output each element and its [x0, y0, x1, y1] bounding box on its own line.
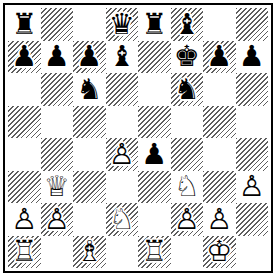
square-a8: ♜ [8, 8, 41, 41]
square-f6: ♞ [171, 73, 204, 106]
square-d6 [106, 73, 139, 106]
square-f8: ♝ [171, 8, 204, 41]
black-piece-glyph: ♟ [8, 41, 41, 74]
square-f3: ♞♘ [171, 171, 204, 204]
piece-black-pawn: ♟ [73, 41, 106, 74]
square-c1: ♝♗ [73, 236, 106, 269]
piece-black-bishop: ♝ [171, 8, 204, 41]
white-piece-outline: ♙ [106, 138, 139, 171]
square-h6 [236, 73, 269, 106]
square-f7: ♚ [171, 41, 204, 74]
square-d1 [106, 236, 139, 269]
white-piece-outline: ♘ [171, 171, 204, 204]
square-d5 [106, 106, 139, 139]
chess-board: ♜♛♜♝♟♟♟♝♚♟♟♞♞♟♙♟♛♕♞♘♟♙♟♙♟♙♞♘♟♙♟♙♜♖♝♗♜♖♚♔ [8, 8, 268, 268]
square-h7: ♟ [236, 41, 269, 74]
square-h5 [236, 106, 269, 139]
piece-white-knight: ♞♘ [106, 203, 139, 236]
square-g5 [203, 106, 236, 139]
square-c3 [73, 171, 106, 204]
black-piece-glyph: ♛ [106, 8, 139, 41]
black-piece-glyph: ♜ [8, 8, 41, 41]
piece-white-bishop: ♝♗ [73, 236, 106, 269]
piece-black-pawn: ♟ [138, 138, 171, 171]
square-b6 [41, 73, 74, 106]
piece-black-pawn: ♟ [236, 41, 269, 74]
square-a6 [8, 73, 41, 106]
square-h8 [236, 8, 269, 41]
square-b2: ♟♙ [41, 203, 74, 236]
square-h2 [236, 203, 269, 236]
square-a7: ♟ [8, 41, 41, 74]
square-b1 [41, 236, 74, 269]
piece-white-pawn: ♟♙ [41, 203, 74, 236]
square-f1 [171, 236, 204, 269]
square-b5 [41, 106, 74, 139]
piece-white-queen: ♛♕ [41, 171, 74, 204]
piece-white-rook: ♜♖ [138, 236, 171, 269]
square-g4 [203, 138, 236, 171]
piece-black-pawn: ♟ [8, 41, 41, 74]
white-piece-outline: ♙ [41, 203, 74, 236]
white-piece-outline: ♘ [106, 203, 139, 236]
white-piece-outline: ♙ [203, 203, 236, 236]
piece-black-pawn: ♟ [203, 41, 236, 74]
square-b8 [41, 8, 74, 41]
square-e6 [138, 73, 171, 106]
black-piece-glyph: ♝ [106, 41, 139, 74]
square-f5 [171, 106, 204, 139]
piece-white-pawn: ♟♙ [236, 171, 269, 204]
white-piece-outline: ♙ [171, 203, 204, 236]
square-e2 [138, 203, 171, 236]
square-b4 [41, 138, 74, 171]
black-piece-glyph: ♟ [138, 138, 171, 171]
white-piece-outline: ♖ [8, 236, 41, 269]
piece-white-pawn: ♟♙ [203, 203, 236, 236]
square-e1: ♜♖ [138, 236, 171, 269]
black-piece-glyph: ♜ [138, 8, 171, 41]
black-piece-glyph: ♚ [171, 41, 204, 74]
square-e3 [138, 171, 171, 204]
piece-black-queen: ♛ [106, 8, 139, 41]
square-g3 [203, 171, 236, 204]
square-f2: ♟♙ [171, 203, 204, 236]
square-d8: ♛ [106, 8, 139, 41]
square-h1 [236, 236, 269, 269]
piece-white-king: ♚♔ [203, 236, 236, 269]
square-g2: ♟♙ [203, 203, 236, 236]
square-e7 [138, 41, 171, 74]
square-a1: ♜♖ [8, 236, 41, 269]
piece-white-pawn: ♟♙ [171, 203, 204, 236]
square-c4 [73, 138, 106, 171]
square-d7: ♝ [106, 41, 139, 74]
square-e4: ♟ [138, 138, 171, 171]
white-piece-outline: ♖ [138, 236, 171, 269]
piece-white-pawn: ♟♙ [8, 203, 41, 236]
square-f4 [171, 138, 204, 171]
square-d2: ♞♘ [106, 203, 139, 236]
piece-black-knight: ♞ [73, 73, 106, 106]
black-piece-glyph: ♝ [171, 8, 204, 41]
white-piece-outline: ♕ [41, 171, 74, 204]
square-b3: ♛♕ [41, 171, 74, 204]
square-e8: ♜ [138, 8, 171, 41]
black-piece-glyph: ♞ [171, 73, 204, 106]
square-c5 [73, 106, 106, 139]
square-a5 [8, 106, 41, 139]
white-piece-outline: ♔ [203, 236, 236, 269]
piece-black-rook: ♜ [138, 8, 171, 41]
square-d4: ♟♙ [106, 138, 139, 171]
piece-black-king: ♚ [171, 41, 204, 74]
piece-white-pawn: ♟♙ [106, 138, 139, 171]
square-g8 [203, 8, 236, 41]
square-h3: ♟♙ [236, 171, 269, 204]
square-h4 [236, 138, 269, 171]
black-piece-glyph: ♟ [236, 41, 269, 74]
black-piece-glyph: ♞ [73, 73, 106, 106]
square-c8 [73, 8, 106, 41]
black-piece-glyph: ♟ [41, 41, 74, 74]
black-piece-glyph: ♟ [203, 41, 236, 74]
piece-black-rook: ♜ [8, 8, 41, 41]
square-a4 [8, 138, 41, 171]
piece-black-bishop: ♝ [106, 41, 139, 74]
square-b7: ♟ [41, 41, 74, 74]
square-g6 [203, 73, 236, 106]
square-g7: ♟ [203, 41, 236, 74]
square-a2: ♟♙ [8, 203, 41, 236]
black-piece-glyph: ♟ [73, 41, 106, 74]
square-g1: ♚♔ [203, 236, 236, 269]
square-c2 [73, 203, 106, 236]
square-e5 [138, 106, 171, 139]
piece-white-knight: ♞♘ [171, 171, 204, 204]
piece-black-pawn: ♟ [41, 41, 74, 74]
piece-black-knight: ♞ [171, 73, 204, 106]
piece-white-rook: ♜♖ [8, 236, 41, 269]
square-d3 [106, 171, 139, 204]
white-piece-outline: ♙ [236, 171, 269, 204]
white-piece-outline: ♗ [73, 236, 106, 269]
square-c6: ♞ [73, 73, 106, 106]
white-piece-outline: ♙ [8, 203, 41, 236]
square-c7: ♟ [73, 41, 106, 74]
square-a3 [8, 171, 41, 204]
